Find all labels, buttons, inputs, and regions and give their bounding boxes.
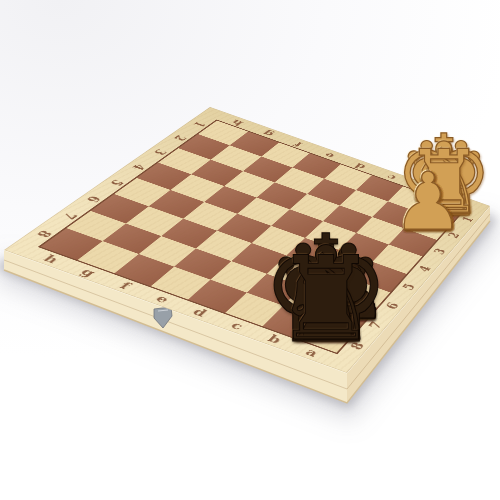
chess-set-photo: 11hh22gg33ff44ee55dd66cc77bb88aa ♜♞♝♛♚♝♞… <box>0 0 500 500</box>
pieces-layer: ♜♞♝♛♚♝♞♜♟♟♟♟♟♟♟♟♟♟♟♟♟♟♟♟♜♞♝♛♚♝♞♜ <box>0 0 500 500</box>
piece-white-pawn-a2[interactable]: ♟ <box>393 162 464 241</box>
piece-black-rook-a8[interactable]: ♜ <box>274 242 378 358</box>
